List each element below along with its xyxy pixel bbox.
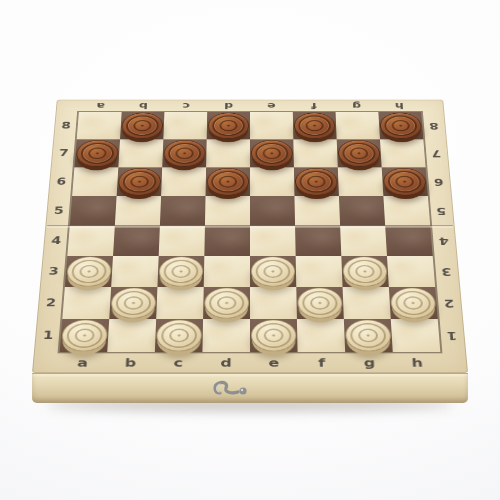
square-c8[interactable] xyxy=(163,112,207,139)
photo-scene: abcdefgh abcdefgh 87654321 87654321 xyxy=(0,0,500,500)
square-a3[interactable] xyxy=(65,256,113,287)
square-h2[interactable] xyxy=(389,287,438,319)
square-f6[interactable] xyxy=(294,167,339,196)
coordinate-label: f xyxy=(298,352,346,373)
square-g5[interactable] xyxy=(339,196,385,226)
coordinate-label: 1 xyxy=(438,319,466,352)
file-labels-top: abcdefgh xyxy=(79,100,421,112)
coordinate-label: b xyxy=(106,352,155,373)
square-d1[interactable] xyxy=(202,319,250,352)
square-e2[interactable] xyxy=(250,287,297,319)
square-f3[interactable] xyxy=(296,256,343,287)
square-g1[interactable] xyxy=(344,319,393,352)
square-h7[interactable] xyxy=(380,139,426,167)
coordinate-label: h xyxy=(393,352,442,373)
square-b1[interactable] xyxy=(107,319,156,352)
square-f2[interactable] xyxy=(296,287,344,319)
coordinate-label: d xyxy=(207,100,250,112)
board-frame: abcdefgh abcdefgh 87654321 87654321 xyxy=(32,100,468,373)
coordinate-label: 4 xyxy=(43,226,70,256)
dark-piece-f6[interactable] xyxy=(295,168,338,196)
square-b4[interactable] xyxy=(113,226,160,256)
square-g8[interactable] xyxy=(336,112,380,139)
light-piece-a3[interactable] xyxy=(66,257,112,287)
coordinate-label: e xyxy=(250,352,298,373)
dark-piece-g7[interactable] xyxy=(338,140,381,167)
light-piece-g3[interactable] xyxy=(342,257,388,287)
square-e1[interactable] xyxy=(250,319,298,352)
square-b7[interactable] xyxy=(118,139,163,167)
square-g7[interactable] xyxy=(337,139,382,167)
square-c3[interactable] xyxy=(157,256,204,287)
dark-piece-d6[interactable] xyxy=(206,168,249,196)
square-b3[interactable] xyxy=(111,256,159,287)
coordinate-label: h xyxy=(378,100,422,112)
square-c5[interactable] xyxy=(160,196,206,226)
square-d2[interactable] xyxy=(203,287,250,319)
square-f7[interactable] xyxy=(293,139,337,167)
square-d8[interactable] xyxy=(207,112,250,139)
square-h5[interactable] xyxy=(383,196,430,226)
dark-piece-e7[interactable] xyxy=(251,140,293,167)
coordinate-label: a xyxy=(79,100,123,112)
square-c1[interactable] xyxy=(155,319,203,352)
coordinate-label: 1 xyxy=(34,319,62,352)
square-c4[interactable] xyxy=(159,226,205,256)
square-a8[interactable] xyxy=(77,112,122,139)
square-b6[interactable] xyxy=(117,167,163,196)
coordinate-label: 8 xyxy=(53,112,79,139)
coordinate-label: b xyxy=(122,100,165,112)
square-f5[interactable] xyxy=(294,196,340,226)
square-b5[interactable] xyxy=(115,196,161,226)
square-g6[interactable] xyxy=(338,167,384,196)
light-piece-b2[interactable] xyxy=(110,288,156,319)
light-piece-e3[interactable] xyxy=(251,257,296,287)
square-d7[interactable] xyxy=(206,139,250,167)
square-d3[interactable] xyxy=(204,256,250,287)
dark-piece-a7[interactable] xyxy=(75,140,119,167)
light-piece-c3[interactable] xyxy=(158,257,203,287)
light-piece-a1[interactable] xyxy=(61,320,109,352)
square-d5[interactable] xyxy=(205,196,250,226)
square-h6[interactable] xyxy=(382,167,428,196)
coordinate-label: c xyxy=(154,352,202,373)
coordinate-label: 8 xyxy=(421,112,447,139)
square-e3[interactable] xyxy=(250,256,296,287)
coordinate-label: 6 xyxy=(48,167,74,196)
dark-piece-b6[interactable] xyxy=(117,168,161,196)
dark-piece-b8[interactable] xyxy=(121,113,164,139)
coordinate-label: d xyxy=(202,352,250,373)
coordinate-label: 3 xyxy=(433,256,461,287)
square-c7[interactable] xyxy=(162,139,206,167)
square-e8[interactable] xyxy=(250,112,293,139)
square-a6[interactable] xyxy=(72,167,118,196)
square-a7[interactable] xyxy=(74,139,120,167)
box-front-edge xyxy=(32,373,468,403)
coordinate-label: 5 xyxy=(45,196,72,226)
square-b2[interactable] xyxy=(109,287,157,319)
square-c2[interactable] xyxy=(156,287,204,319)
square-b8[interactable] xyxy=(120,112,164,139)
square-f4[interactable] xyxy=(295,226,341,256)
square-g3[interactable] xyxy=(341,256,389,287)
clasp-icon xyxy=(210,377,262,401)
square-h4[interactable] xyxy=(385,226,432,256)
light-piece-c1[interactable] xyxy=(156,320,202,352)
square-e7[interactable] xyxy=(250,139,294,167)
coordinate-label: e xyxy=(250,100,293,112)
light-piece-d2[interactable] xyxy=(204,288,249,319)
square-h1[interactable] xyxy=(391,319,441,352)
light-piece-f2[interactable] xyxy=(297,288,343,319)
coordinate-label: 5 xyxy=(428,196,455,226)
square-e5[interactable] xyxy=(250,196,295,226)
light-piece-g1[interactable] xyxy=(345,320,392,352)
light-piece-e1[interactable] xyxy=(251,320,297,352)
coordinate-label: 2 xyxy=(37,287,65,319)
fold-seam xyxy=(47,225,453,227)
dark-piece-h6[interactable] xyxy=(383,168,427,196)
square-h8[interactable] xyxy=(378,112,423,139)
square-e4[interactable] xyxy=(250,226,296,256)
coordinate-label: 3 xyxy=(40,256,68,287)
file-labels-bottom: abcdefgh xyxy=(58,352,442,373)
checkers-board: abcdefgh abcdefgh 87654321 87654321 xyxy=(32,100,468,373)
square-d6[interactable] xyxy=(206,167,250,196)
coordinate-label: 6 xyxy=(426,167,452,196)
coordinate-label: c xyxy=(164,100,207,112)
square-e6[interactable] xyxy=(250,167,294,196)
square-g4[interactable] xyxy=(340,226,387,256)
coordinate-label: f xyxy=(293,100,336,112)
coordinate-label: g xyxy=(345,352,394,373)
coordinate-label: 2 xyxy=(435,287,463,319)
square-g2[interactable] xyxy=(343,287,391,319)
coordinate-label: a xyxy=(58,352,107,373)
square-h3[interactable] xyxy=(387,256,435,287)
light-piece-h2[interactable] xyxy=(390,288,437,319)
square-a5[interactable] xyxy=(70,196,117,226)
dark-piece-c7[interactable] xyxy=(163,140,206,167)
square-f8[interactable] xyxy=(293,112,337,139)
square-a1[interactable] xyxy=(60,319,110,352)
coordinate-label: g xyxy=(335,100,378,112)
coordinate-label: 7 xyxy=(51,139,77,167)
board-grid xyxy=(60,112,441,352)
square-a4[interactable] xyxy=(67,226,114,256)
square-c6[interactable] xyxy=(161,167,206,196)
square-a2[interactable] xyxy=(62,287,111,319)
dark-piece-f8[interactable] xyxy=(294,113,336,139)
dark-piece-h8[interactable] xyxy=(379,113,422,139)
coordinate-label: 7 xyxy=(423,139,449,167)
dark-piece-d8[interactable] xyxy=(208,113,250,139)
square-d4[interactable] xyxy=(204,226,250,256)
square-f1[interactable] xyxy=(297,319,345,352)
coordinate-label: 4 xyxy=(430,226,457,256)
